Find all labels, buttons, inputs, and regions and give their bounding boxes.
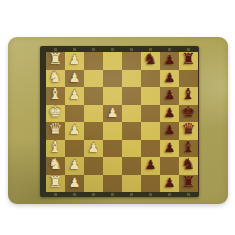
board-square[interactable]: ♟: [84, 140, 103, 158]
board-square[interactable]: [65, 140, 84, 158]
board-square[interactable]: [103, 122, 122, 140]
board-square[interactable]: ♟: [160, 70, 179, 88]
board-square[interactable]: [103, 175, 122, 193]
white-knight-piece[interactable]: ♞: [49, 157, 63, 173]
black-pawn-piece[interactable]: ♟: [164, 123, 176, 136]
black-pawn-piece[interactable]: ♟: [145, 158, 157, 171]
board-square[interactable]: [122, 175, 141, 193]
board-square[interactable]: [160, 157, 179, 175]
black-king-piece[interactable]: ♚: [182, 104, 196, 120]
board-square[interactable]: ♟: [65, 157, 84, 175]
board-square[interactable]: [84, 175, 103, 193]
black-queen-piece[interactable]: ♛: [182, 122, 196, 138]
chess-board: ♜♟♞♟♜♞♟♟♝♟♟♝♚♟♟♚♛♟♟♛♝♟♟♝♞♟♟♞♜♟♟♜: [46, 52, 198, 192]
board-square[interactable]: ♟: [65, 87, 84, 105]
board-square[interactable]: ♟: [103, 105, 122, 123]
board-square[interactable]: [141, 105, 160, 123]
board-square[interactable]: [122, 52, 141, 70]
board-square[interactable]: [84, 105, 103, 123]
white-pawn-piece[interactable]: ♟: [69, 175, 81, 188]
board-square[interactable]: [84, 157, 103, 175]
board-square[interactable]: [84, 70, 103, 88]
white-pawn-piece[interactable]: ♟: [69, 53, 81, 66]
board-square[interactable]: [103, 140, 122, 158]
black-bishop-piece[interactable]: ♝: [182, 87, 196, 103]
white-pawn-piece[interactable]: ♟: [69, 88, 81, 101]
frame-tick-marks-top: [46, 48, 198, 51]
board-square[interactable]: ♟: [65, 122, 84, 140]
board-square[interactable]: [122, 105, 141, 123]
white-bishop-piece[interactable]: ♝: [49, 87, 63, 103]
board-square[interactable]: ♟: [160, 140, 179, 158]
white-queen-piece[interactable]: ♛: [49, 122, 63, 138]
board-square[interactable]: ♟: [160, 87, 179, 105]
board-square[interactable]: [122, 87, 141, 105]
white-pawn-piece[interactable]: ♟: [69, 123, 81, 136]
board-square[interactable]: [103, 52, 122, 70]
white-pawn-piece[interactable]: ♟: [88, 140, 100, 153]
product-photo-background: { "game": "chess", "scene": "overhead pr…: [0, 0, 235, 235]
black-rook-piece[interactable]: ♜: [182, 174, 196, 190]
white-knight-piece[interactable]: ♞: [49, 69, 63, 85]
board-square[interactable]: [122, 140, 141, 158]
white-pawn-piece[interactable]: ♟: [69, 70, 81, 83]
white-pawn-piece[interactable]: ♟: [107, 105, 119, 118]
white-rook-piece[interactable]: ♜: [49, 52, 63, 68]
black-pawn-piece[interactable]: ♟: [164, 53, 176, 66]
board-square[interactable]: [141, 122, 160, 140]
board-square[interactable]: ♟: [65, 175, 84, 193]
board-square[interactable]: [141, 87, 160, 105]
board-square[interactable]: ♟: [160, 175, 179, 193]
black-bishop-piece[interactable]: ♝: [182, 139, 196, 155]
black-pawn-piece[interactable]: ♟: [164, 175, 176, 188]
board-square[interactable]: [122, 157, 141, 175]
board-square[interactable]: [103, 157, 122, 175]
black-rook-piece[interactable]: ♜: [182, 52, 196, 68]
board-square[interactable]: ♟: [141, 157, 160, 175]
black-knight-piece[interactable]: ♞: [182, 157, 196, 173]
black-knight-piece[interactable]: ♞: [144, 52, 158, 68]
black-pawn-piece[interactable]: ♟: [164, 140, 176, 153]
black-pawn-piece[interactable]: ♟: [164, 70, 176, 83]
black-pawn-piece[interactable]: ♟: [164, 105, 176, 118]
board-square[interactable]: [141, 175, 160, 193]
black-pawn-piece[interactable]: ♟: [164, 88, 176, 101]
board-square[interactable]: ♜: [179, 52, 198, 70]
board-square[interactable]: ♟: [65, 70, 84, 88]
white-pawn-piece[interactable]: ♟: [69, 158, 81, 171]
white-rook-piece[interactable]: ♜: [49, 174, 63, 190]
board-square[interactable]: [84, 87, 103, 105]
board-square[interactable]: [84, 122, 103, 140]
board-square[interactable]: ♟: [65, 52, 84, 70]
board-square[interactable]: [122, 70, 141, 88]
frame-tick-marks-bottom: [46, 193, 198, 196]
board-square[interactable]: ♞: [141, 52, 160, 70]
board-square[interactable]: [84, 52, 103, 70]
board-square[interactable]: ♜: [179, 175, 198, 193]
white-bishop-piece[interactable]: ♝: [49, 139, 63, 155]
board-square[interactable]: [122, 122, 141, 140]
white-king-piece[interactable]: ♚: [49, 104, 63, 120]
board-square[interactable]: [141, 70, 160, 88]
board-square[interactable]: [103, 70, 122, 88]
board-square[interactable]: [65, 105, 84, 123]
board-square[interactable]: ♟: [160, 122, 179, 140]
board-square[interactable]: ♟: [160, 52, 179, 70]
board-square[interactable]: ♜: [46, 175, 65, 193]
board-square[interactable]: [141, 140, 160, 158]
board-square[interactable]: ♟: [160, 105, 179, 123]
board-square[interactable]: [103, 87, 122, 105]
